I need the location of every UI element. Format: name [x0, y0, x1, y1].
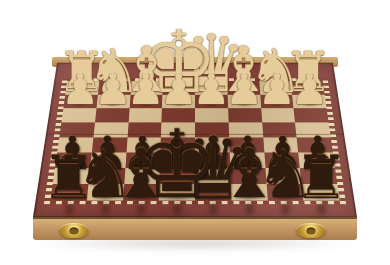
- piece-white-pawn-g2[interactable]: ♟: [94, 70, 132, 112]
- piece-white-pawn-b2[interactable]: ♟: [258, 70, 296, 112]
- piece-black-rook-h8[interactable]: ♜: [42, 147, 96, 207]
- piece-white-pawn-h2[interactable]: ♟: [61, 70, 99, 112]
- piece-white-pawn-d2[interactable]: ♟: [192, 70, 230, 112]
- piece-white-pawn-f2[interactable]: ♟: [127, 70, 165, 112]
- piece-white-pawn-c2[interactable]: ♟: [225, 70, 263, 112]
- pieces-layer: ♜♞♝♛♚♝♞♜♟♟♟♟♟♟♟♟♟♟♟♟♟♟♟♟♜♞♝♛♚♝♞♜: [0, 0, 390, 265]
- piece-white-pawn-a2[interactable]: ♟: [291, 70, 329, 112]
- chess-set-photo: ♜♞♝♛♚♝♞♜♟♟♟♟♟♟♟♟♟♟♟♟♟♟♟♟♜♞♝♛♚♝♞♜: [0, 0, 390, 265]
- piece-white-pawn-e2[interactable]: ♟: [160, 70, 198, 112]
